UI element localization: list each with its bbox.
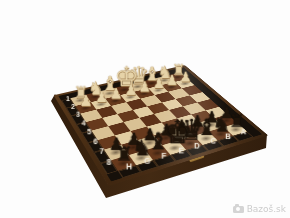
file-label-C: C: [206, 137, 219, 146]
watermark: Bazoš.sk: [233, 204, 286, 214]
file-label-B: B: [222, 132, 235, 141]
rank-label-8: 8: [102, 158, 116, 167]
chess-set-photo: 1H2G3F4E5D6C7B8A♜♞♝♛♚♝♞♜♟♟♟♟♟♟♟♟♟♟♟♟♟♟♟♟…: [0, 0, 290, 218]
file-label-E: E: [174, 147, 188, 156]
file-label-F: F: [157, 152, 171, 161]
rank-label-5: 5: [83, 128, 96, 137]
rank-label-2: 2: [67, 103, 79, 111]
chess-board: 1H2G3F4E5D6C7B8A♜♞♝♛♚♝♞♜♟♟♟♟♟♟♟♟♟♟♟♟♟♟♟♟…: [54, 65, 269, 186]
file-label-H: H: [122, 162, 136, 172]
rank-label-4: 4: [77, 119, 90, 127]
file-label-D: D: [190, 142, 203, 151]
rank-label-7: 7: [95, 147, 109, 156]
rank-label-1: 1: [62, 95, 74, 103]
camera-icon: [233, 206, 244, 213]
file-label-A: A: [237, 128, 250, 137]
file-label-G: G: [140, 157, 154, 166]
rank-label-6: 6: [89, 137, 102, 146]
chessboard-scene: 1H2G3F4E5D6C7B8A♜♞♝♛♚♝♞♜♟♟♟♟♟♟♟♟♟♟♟♟♟♟♟♟…: [0, 0, 290, 218]
watermark-text: Bazoš.sk: [247, 204, 286, 214]
rank-label-3: 3: [72, 111, 84, 119]
